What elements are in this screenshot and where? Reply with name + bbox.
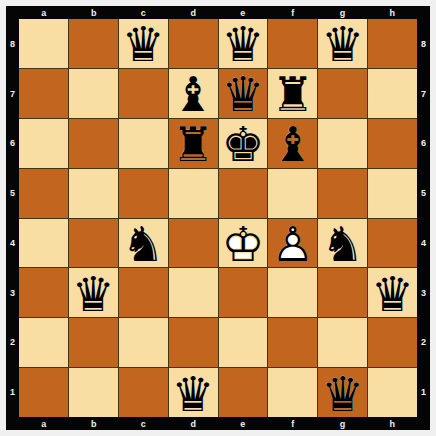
file-label-f: f	[268, 6, 318, 19]
square-h4[interactable]	[368, 219, 417, 268]
file-label-f: f	[268, 417, 318, 430]
piece-black-bishop[interactable]: ♗♝	[268, 120, 317, 169]
piece-glyph-over: ♛	[172, 370, 215, 418]
rank-label-2: 2	[417, 318, 430, 368]
piece-glyph-over: ♛	[221, 20, 264, 68]
square-e3[interactable]	[219, 268, 268, 317]
piece-black-queen[interactable]: ♕♛	[219, 70, 268, 119]
file-label-c: c	[119, 417, 169, 430]
square-a5[interactable]	[19, 169, 68, 218]
square-d4[interactable]	[169, 219, 218, 268]
piece-black-queen[interactable]: ♕♛	[69, 269, 118, 318]
piece-glyph-over: ♜	[271, 70, 314, 118]
piece-glyph-over: ♛	[371, 270, 414, 318]
piece-glyph-over: ♞	[122, 220, 165, 268]
square-a8[interactable]	[19, 19, 68, 68]
square-b1[interactable]	[69, 368, 118, 417]
piece-black-queen[interactable]: ♕♛	[318, 20, 367, 69]
square-c4[interactable]: ♘♞	[119, 219, 168, 268]
square-f7[interactable]: ♖♜	[268, 69, 317, 118]
piece-glyph-over: ♛	[72, 270, 115, 318]
square-h3[interactable]: ♕♛	[368, 268, 417, 317]
square-e8[interactable]: ♕♛	[219, 19, 268, 68]
rank-label-7: 7	[417, 69, 430, 119]
square-d8[interactable]	[169, 19, 218, 68]
rank-label-8: 8	[417, 19, 430, 69]
square-f6[interactable]: ♗♝	[268, 119, 317, 168]
square-g2[interactable]	[318, 318, 367, 367]
file-label-b: b	[69, 6, 119, 19]
square-c2[interactable]	[119, 318, 168, 367]
rank-label-5: 5	[6, 168, 19, 218]
file-label-d: d	[168, 6, 218, 19]
square-d7[interactable]: ♗♝	[169, 69, 218, 118]
piece-black-king[interactable]: ♔♚	[219, 120, 268, 169]
square-b3[interactable]: ♕♛	[69, 268, 118, 317]
square-g4[interactable]: ♘♞	[318, 219, 367, 268]
square-c3[interactable]	[119, 268, 168, 317]
square-c8[interactable]: ♕♛	[119, 19, 168, 68]
piece-glyph-over: ♛	[321, 370, 364, 418]
square-e6[interactable]: ♔♚	[219, 119, 268, 168]
square-c7[interactable]	[119, 69, 168, 118]
square-d5[interactable]	[169, 169, 218, 218]
piece-white-pawn[interactable]: ♟♙	[268, 220, 317, 269]
piece-black-queen[interactable]: ♕♛	[318, 369, 367, 418]
piece-white-king[interactable]: ♚♔	[219, 220, 268, 269]
square-a6[interactable]	[19, 119, 68, 168]
rank-label-4: 4	[417, 218, 430, 268]
square-g8[interactable]: ♕♛	[318, 19, 367, 68]
square-f2[interactable]	[268, 318, 317, 367]
piece-black-queen[interactable]: ♕♛	[119, 20, 168, 69]
rank-label-3: 3	[6, 268, 19, 318]
square-d2[interactable]	[169, 318, 218, 367]
piece-glyph-over: ♔	[221, 220, 264, 268]
square-f3[interactable]	[268, 268, 317, 317]
piece-glyph-over: ♙	[271, 220, 314, 268]
square-e2[interactable]	[219, 318, 268, 367]
square-f8[interactable]	[268, 19, 317, 68]
piece-black-knight[interactable]: ♘♞	[119, 220, 168, 269]
square-f4[interactable]: ♟♙	[268, 219, 317, 268]
rank-labels-left: 87654321	[6, 19, 19, 417]
file-label-a: a	[19, 6, 69, 19]
piece-black-bishop[interactable]: ♗♝	[169, 70, 218, 119]
rank-label-7: 7	[6, 69, 19, 119]
square-a2[interactable]	[19, 318, 68, 367]
square-c6[interactable]	[119, 119, 168, 168]
piece-glyph-over: ♜	[172, 120, 215, 168]
file-label-h: h	[367, 417, 417, 430]
piece-glyph-over: ♞	[321, 220, 364, 268]
square-h6[interactable]	[368, 119, 417, 168]
piece-black-rook[interactable]: ♖♜	[169, 120, 218, 169]
rank-labels-right: 87654321	[417, 19, 430, 417]
square-e5[interactable]	[219, 169, 268, 218]
file-label-b: b	[69, 417, 119, 430]
square-h7[interactable]	[368, 69, 417, 118]
square-c5[interactable]	[119, 169, 168, 218]
square-a7[interactable]	[19, 69, 68, 118]
piece-black-knight[interactable]: ♘♞	[318, 220, 367, 269]
rank-label-6: 6	[417, 119, 430, 169]
file-label-a: a	[19, 417, 69, 430]
square-d6[interactable]: ♖♜	[169, 119, 218, 168]
square-b5[interactable]	[69, 169, 118, 218]
file-label-h: h	[367, 6, 417, 19]
chess-board: ♕♛♕♛♕♛♗♝♕♛♖♜♖♜♔♚♗♝♘♞♚♔♟♙♘♞♕♛♕♛♕♛♕♛	[19, 19, 417, 417]
piece-glyph-over: ♛	[321, 20, 364, 68]
square-b8[interactable]	[69, 19, 118, 68]
rank-label-4: 4	[6, 218, 19, 268]
chess-board-frame: abcdefgh abcdefgh 87654321 87654321 ♕♛♕♛…	[6, 6, 430, 430]
square-f1[interactable]	[268, 368, 317, 417]
square-f5[interactable]	[268, 169, 317, 218]
square-a1[interactable]	[19, 368, 68, 417]
piece-black-queen[interactable]: ♕♛	[169, 369, 218, 418]
piece-glyph-over: ♝	[172, 70, 215, 118]
square-h5[interactable]	[368, 169, 417, 218]
rank-label-3: 3	[417, 268, 430, 318]
square-g6[interactable]	[318, 119, 367, 168]
square-e7[interactable]: ♕♛	[219, 69, 268, 118]
square-b4[interactable]	[69, 219, 118, 268]
piece-glyph-over: ♛	[122, 20, 165, 68]
square-e4[interactable]: ♚♔	[219, 219, 268, 268]
piece-black-rook[interactable]: ♖♜	[268, 70, 317, 119]
square-g5[interactable]	[318, 169, 367, 218]
square-d1[interactable]: ♕♛	[169, 368, 218, 417]
square-g1[interactable]: ♕♛	[318, 368, 367, 417]
piece-black-queen[interactable]: ♕♛	[219, 20, 268, 69]
rank-label-6: 6	[6, 119, 19, 169]
square-a3[interactable]	[19, 268, 68, 317]
square-g3[interactable]	[318, 268, 367, 317]
piece-glyph-over: ♝	[271, 120, 314, 168]
piece-glyph-over: ♛	[221, 70, 264, 118]
square-c1[interactable]	[119, 368, 168, 417]
rank-label-2: 2	[6, 318, 19, 368]
square-a4[interactable]	[19, 219, 68, 268]
square-h8[interactable]	[368, 19, 417, 68]
rank-label-5: 5	[417, 168, 430, 218]
square-h2[interactable]	[368, 318, 417, 367]
square-d3[interactable]	[169, 268, 218, 317]
square-e1[interactable]	[219, 368, 268, 417]
square-b6[interactable]	[69, 119, 118, 168]
square-b7[interactable]	[69, 69, 118, 118]
page-background: abcdefgh abcdefgh 87654321 87654321 ♕♛♕♛…	[0, 0, 436, 436]
square-h1[interactable]	[368, 368, 417, 417]
piece-black-queen[interactable]: ♕♛	[368, 269, 417, 318]
file-label-e: e	[218, 417, 268, 430]
rank-label-8: 8	[6, 19, 19, 69]
square-g7[interactable]	[318, 69, 367, 118]
rank-label-1: 1	[6, 367, 19, 417]
rank-label-1: 1	[417, 367, 430, 417]
square-b2[interactable]	[69, 318, 118, 367]
piece-glyph-over: ♚	[221, 120, 264, 168]
